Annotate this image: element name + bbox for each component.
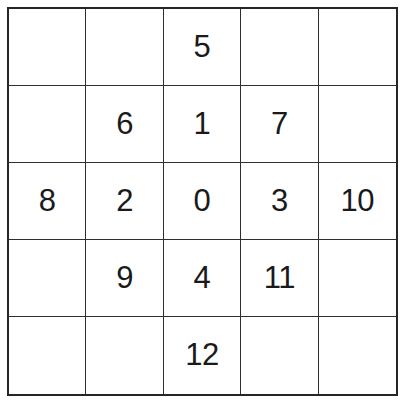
cell-number: 5: [194, 31, 211, 62]
grid-cell-r1c5: [319, 9, 396, 86]
grid-cell-r4c5: [319, 240, 396, 317]
grid-cell-r5c5: [319, 317, 396, 394]
grid-cell-r5c3: 12: [164, 317, 241, 394]
cell-number: 10: [341, 185, 374, 216]
grid-cell-r4c3: 4: [164, 240, 241, 317]
grid-cell-r1c4: [241, 9, 318, 86]
grid-cell-r3c1: 8: [9, 163, 86, 240]
cell-number: 6: [116, 108, 133, 139]
grid-cell-r2c3: 1: [164, 86, 241, 163]
grid-cell-r5c4: [241, 317, 318, 394]
grid-cell-r2c5: [319, 86, 396, 163]
grid-cell-r2c2: 6: [86, 86, 163, 163]
cell-number: 8: [39, 185, 56, 216]
board-container: 5617820310941112: [7, 7, 398, 396]
grid-cell-r5c1: [9, 317, 86, 394]
grid-cell-r2c4: 7: [241, 86, 318, 163]
grid-cell-r4c1: [9, 240, 86, 317]
grid-cell-r4c4: 11: [241, 240, 318, 317]
grid-cell-r3c2: 2: [86, 163, 163, 240]
cell-number: 3: [271, 185, 288, 216]
cell-number: 11: [264, 262, 295, 293]
grid-cell-r5c2: [86, 317, 163, 394]
grid-cell-r3c4: 3: [241, 163, 318, 240]
cell-number: 1: [194, 108, 211, 139]
grid-cell-r1c2: [86, 9, 163, 86]
cell-number: 9: [116, 262, 133, 293]
grid-cell-r1c1: [9, 9, 86, 86]
cell-number: 2: [116, 185, 133, 216]
cell-number: 0: [194, 185, 211, 216]
cell-number: 12: [185, 339, 218, 370]
grid-cell-r3c5: 10: [319, 163, 396, 240]
cell-number: 4: [194, 262, 211, 293]
cell-number: 7: [271, 108, 288, 139]
grid-cell-r4c2: 9: [86, 240, 163, 317]
number-grid-board: 5617820310941112: [7, 7, 398, 396]
grid-cell-r2c1: [9, 86, 86, 163]
grid-cell-r3c3: 0: [164, 163, 241, 240]
grid-cell-r1c3: 5: [164, 9, 241, 86]
